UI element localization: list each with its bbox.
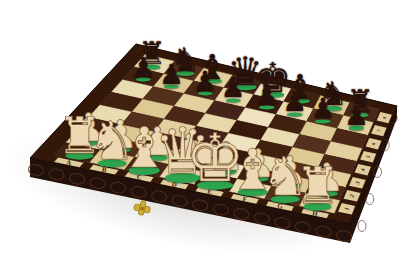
clasp-icon [133, 200, 152, 217]
chess-board: ABCDEFGH87654321 [0, 0, 400, 266]
rim-carving-circle [358, 221, 366, 232]
photo-stage: ABCDEFGH87654321 ♜♞♝♛♚♝♞♜♟♟♟♟♟♟♟♟♟♟♟♟♟♟♟… [0, 0, 400, 266]
rim-carving-circle [366, 194, 374, 205]
